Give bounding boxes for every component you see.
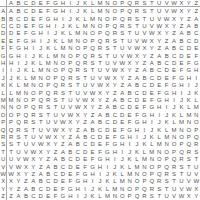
letter-cell: D: [111, 119, 118, 126]
letter-cell: K: [96, 185, 103, 192]
row-header-cell: I: [0, 67, 7, 74]
letter-cell: K: [59, 30, 66, 37]
letter-cell: T: [185, 163, 192, 170]
row-header-cell: Y: [0, 185, 7, 192]
row-header-cell: J: [0, 74, 7, 81]
letter-cell: E: [89, 148, 96, 155]
letter-cell: H: [104, 156, 111, 163]
letter-cell: Z: [163, 37, 170, 44]
letter-cell: D: [52, 178, 59, 185]
letter-cell: J: [81, 193, 88, 200]
letter-cell: X: [30, 156, 37, 163]
letter-cell: V: [30, 141, 37, 148]
letter-cell: Y: [126, 67, 133, 74]
letter-cell: U: [193, 163, 200, 170]
letter-cell: A: [185, 22, 192, 29]
letter-cell: L: [119, 170, 126, 177]
letter-cell: A: [22, 185, 29, 192]
letter-cell: M: [119, 178, 126, 185]
letter-cell: S: [126, 22, 133, 29]
letter-cell: D: [81, 148, 88, 155]
col-header-cell: P: [119, 0, 126, 7]
letter-cell: Z: [37, 163, 44, 170]
letter-cell: V: [111, 59, 118, 66]
letter-cell: Z: [141, 59, 148, 66]
letter-cell: K: [148, 133, 155, 140]
letter-cell: R: [15, 126, 22, 133]
letter-cell: Y: [156, 37, 163, 44]
letter-cell: Q: [81, 52, 88, 59]
letter-cell: E: [15, 30, 22, 37]
letter-cell: U: [148, 15, 155, 22]
letter-cell: H: [156, 104, 163, 111]
letter-cell: G: [7, 52, 14, 59]
letter-cell: A: [74, 133, 81, 140]
letter-cell: N: [104, 7, 111, 14]
letter-cell: H: [30, 37, 37, 44]
letter-cell: K: [74, 15, 81, 22]
letter-cell: M: [89, 15, 96, 22]
row-header-cell: C: [0, 22, 7, 29]
letter-cell: O: [89, 30, 96, 37]
letter-cell: M: [126, 170, 133, 177]
letter-cell: U: [44, 119, 51, 126]
letter-cell: U: [74, 89, 81, 96]
letter-cell: A: [141, 67, 148, 74]
letter-cell: T: [104, 52, 111, 59]
letter-cell: F: [133, 111, 140, 118]
letter-cell: W: [22, 156, 29, 163]
letter-cell: Y: [133, 59, 140, 66]
letter-cell: B: [44, 170, 51, 177]
letter-cell: L: [96, 193, 103, 200]
row-header-cell: B: [0, 15, 7, 22]
letter-cell: M: [74, 30, 81, 37]
letter-cell: M: [81, 22, 88, 29]
letter-cell: T: [67, 89, 74, 96]
letter-cell: M: [141, 156, 148, 163]
letter-cell: C: [170, 52, 177, 59]
letter-cell: C: [126, 96, 133, 103]
letter-cell: U: [163, 193, 170, 200]
letter-cell: G: [193, 59, 200, 66]
letter-cell: X: [59, 126, 66, 133]
col-header-cell: K: [81, 0, 88, 7]
letter-cell: J: [15, 67, 22, 74]
letter-cell: L: [59, 37, 66, 44]
letter-cell: U: [96, 67, 103, 74]
letter-cell: Z: [185, 15, 192, 22]
letter-cell: H: [44, 22, 51, 29]
corner-cell: [0, 0, 7, 7]
letter-cell: Q: [59, 74, 66, 81]
letter-cell: V: [59, 111, 66, 118]
letter-cell: D: [185, 44, 192, 51]
letter-cell: X: [7, 178, 14, 185]
letter-cell: T: [7, 148, 14, 155]
letter-cell: P: [193, 126, 200, 133]
letter-cell: J: [185, 89, 192, 96]
letter-cell: X: [178, 7, 185, 14]
letter-cell: M: [170, 126, 177, 133]
letter-cell: N: [126, 178, 133, 185]
letter-cell: D: [126, 104, 133, 111]
letter-cell: S: [141, 7, 148, 14]
letter-cell: U: [133, 30, 140, 37]
letter-cell: G: [52, 7, 59, 14]
letter-cell: S: [111, 37, 118, 44]
letter-cell: G: [96, 156, 103, 163]
letter-cell: Y: [15, 178, 22, 185]
letter-cell: H: [59, 7, 66, 14]
letter-cell: F: [193, 52, 200, 59]
letter-cell: W: [141, 37, 148, 44]
letter-cell: F: [74, 170, 81, 177]
letter-cell: R: [126, 15, 133, 22]
letter-cell: B: [178, 37, 185, 44]
letter-cell: G: [126, 126, 133, 133]
letter-cell: W: [7, 170, 14, 177]
letter-cell: O: [30, 89, 37, 96]
letter-cell: X: [67, 119, 74, 126]
letter-cell: F: [119, 126, 126, 133]
letter-cell: Z: [156, 44, 163, 51]
letter-cell: I: [163, 104, 170, 111]
letter-cell: D: [67, 163, 74, 170]
letter-cell: W: [170, 7, 177, 14]
letter-cell: C: [163, 59, 170, 66]
letter-cell: G: [89, 163, 96, 170]
letter-cell: L: [30, 67, 37, 74]
letter-cell: N: [15, 96, 22, 103]
letter-cell: E: [74, 163, 81, 170]
letter-cell: G: [133, 119, 140, 126]
letter-cell: D: [74, 156, 81, 163]
letter-cell: V: [15, 156, 22, 163]
letter-cell: L: [7, 89, 14, 96]
letter-cell: T: [163, 185, 170, 192]
letter-cell: F: [37, 15, 44, 22]
letter-cell: N: [133, 170, 140, 177]
letter-cell: Q: [119, 15, 126, 22]
letter-cell: V: [74, 96, 81, 103]
row-header-cell: U: [0, 156, 7, 163]
letter-cell: P: [148, 170, 155, 177]
letter-cell: I: [193, 74, 200, 81]
letter-cell: Z: [170, 30, 177, 37]
letter-cell: K: [119, 163, 126, 170]
letter-cell: X: [170, 15, 177, 22]
letter-cell: A: [148, 59, 155, 66]
letter-cell: Q: [67, 67, 74, 74]
letter-cell: P: [156, 163, 163, 170]
letter-cell: G: [170, 81, 177, 88]
letter-cell: D: [104, 126, 111, 133]
letter-cell: C: [74, 148, 81, 155]
letter-cell: X: [89, 96, 96, 103]
letter-cell: Y: [193, 193, 200, 200]
letter-cell: H: [96, 163, 103, 170]
letter-cell: V: [52, 119, 59, 126]
letter-cell: B: [52, 163, 59, 170]
letter-cell: K: [67, 22, 74, 29]
letter-cell: B: [133, 81, 140, 88]
letter-cell: P: [185, 133, 192, 140]
letter-cell: Q: [74, 59, 81, 66]
letter-cell: Y: [74, 119, 81, 126]
letter-cell: I: [81, 185, 88, 192]
row-header-cell: F: [0, 44, 7, 51]
letter-cell: E: [37, 7, 44, 14]
letter-cell: G: [178, 74, 185, 81]
letter-cell: H: [170, 89, 177, 96]
letter-cell: U: [89, 74, 96, 81]
letter-cell: H: [193, 67, 200, 74]
letter-cell: W: [96, 81, 103, 88]
letter-cell: B: [81, 133, 88, 140]
letter-cell: C: [141, 81, 148, 88]
letter-cell: S: [44, 104, 51, 111]
letter-cell: K: [22, 67, 29, 74]
letter-cell: K: [89, 193, 96, 200]
letter-cell: R: [148, 185, 155, 192]
letter-cell: Y: [59, 133, 66, 140]
letter-cell: V: [81, 89, 88, 96]
letter-cell: N: [96, 15, 103, 22]
letter-cell: L: [163, 126, 170, 133]
letter-cell: M: [111, 185, 118, 192]
letter-cell: R: [111, 30, 118, 37]
letter-cell: U: [22, 141, 29, 148]
letter-cell: J: [163, 111, 170, 118]
letter-cell: B: [148, 67, 155, 74]
letter-cell: R: [193, 141, 200, 148]
letter-cell: Q: [104, 30, 111, 37]
letter-cell: Q: [185, 141, 192, 148]
letter-cell: R: [67, 74, 74, 81]
letter-cell: F: [111, 133, 118, 140]
col-header-cell: F: [44, 0, 51, 7]
letter-cell: S: [96, 52, 103, 59]
letter-cell: A: [59, 148, 66, 155]
letter-cell: I: [141, 126, 148, 133]
letter-cell: A: [126, 81, 133, 88]
letter-cell: L: [148, 141, 155, 148]
letter-cell: A: [170, 37, 177, 44]
letter-cell: D: [37, 193, 44, 200]
letter-cell: L: [89, 7, 96, 14]
letter-cell: F: [44, 7, 51, 14]
letter-cell: K: [44, 44, 51, 51]
letter-cell: Z: [81, 119, 88, 126]
letter-cell: J: [7, 74, 14, 81]
letter-cell: X: [119, 67, 126, 74]
letter-cell: X: [156, 30, 163, 37]
letter-cell: D: [163, 67, 170, 74]
letter-cell: Q: [37, 96, 44, 103]
letter-cell: V: [89, 81, 96, 88]
letter-cell: M: [15, 89, 22, 96]
letter-cell: V: [126, 44, 133, 51]
letter-cell: Q: [30, 104, 37, 111]
row-header-cell: X: [0, 178, 7, 185]
letter-cell: U: [52, 111, 59, 118]
letter-cell: N: [163, 141, 170, 148]
letter-cell: H: [163, 96, 170, 103]
letter-cell: L: [104, 185, 111, 192]
letter-cell: U: [156, 7, 163, 14]
letter-cell: G: [141, 111, 148, 118]
letter-cell: Y: [67, 126, 74, 133]
letter-cell: J: [96, 178, 103, 185]
letter-cell: C: [119, 104, 126, 111]
row-header-cell: D: [0, 30, 7, 37]
letter-cell: Y: [111, 81, 118, 88]
row-header-cell: Z: [0, 193, 7, 200]
letter-cell: Z: [22, 178, 29, 185]
letter-cell: D: [170, 59, 177, 66]
letter-cell: X: [44, 141, 51, 148]
letter-cell: F: [30, 22, 37, 29]
letter-cell: O: [170, 141, 177, 148]
letter-cell: X: [96, 89, 103, 96]
letter-cell: Z: [96, 104, 103, 111]
letter-cell: F: [15, 37, 22, 44]
letter-cell: B: [119, 96, 126, 103]
letter-cell: T: [15, 141, 22, 148]
letter-cell: G: [15, 44, 22, 51]
letter-cell: P: [96, 30, 103, 37]
letter-cell: X: [74, 111, 81, 118]
letter-cell: Y: [96, 96, 103, 103]
letter-cell: O: [193, 119, 200, 126]
letter-cell: N: [141, 163, 148, 170]
letter-cell: J: [37, 44, 44, 51]
letter-cell: C: [59, 163, 66, 170]
letter-cell: F: [7, 44, 14, 51]
letter-cell: N: [193, 111, 200, 118]
letter-cell: T: [81, 74, 88, 81]
letter-cell: Y: [178, 15, 185, 22]
letter-cell: P: [30, 96, 37, 103]
letter-cell: J: [44, 37, 51, 44]
letter-cell: K: [163, 119, 170, 126]
row-header-cell: R: [0, 133, 7, 140]
letter-cell: O: [141, 170, 148, 177]
letter-cell: P: [81, 44, 88, 51]
letter-cell: F: [156, 89, 163, 96]
letter-cell: M: [59, 44, 66, 51]
letter-cell: M: [156, 141, 163, 148]
letter-cell: X: [15, 170, 22, 177]
row-header-cell: W: [0, 170, 7, 177]
letter-cell: V: [44, 126, 51, 133]
letter-cell: A: [193, 15, 200, 22]
letter-cell: P: [178, 141, 185, 148]
letter-cell: Y: [37, 156, 44, 163]
letter-cell: L: [111, 178, 118, 185]
letter-cell: G: [74, 178, 81, 185]
letter-cell: S: [22, 126, 29, 133]
letter-cell: B: [104, 111, 111, 118]
letter-cell: V: [7, 163, 14, 170]
letter-cell: T: [89, 67, 96, 74]
letter-cell: O: [96, 22, 103, 29]
letter-cell: P: [163, 156, 170, 163]
letter-cell: O: [37, 81, 44, 88]
letter-cell: S: [119, 30, 126, 37]
col-header-cell: G: [52, 0, 59, 7]
letter-cell: U: [119, 44, 126, 51]
letter-cell: O: [163, 148, 170, 155]
letter-cell: A: [111, 96, 118, 103]
letter-cell: D: [193, 37, 200, 44]
letter-cell: P: [52, 74, 59, 81]
letter-cell: L: [178, 111, 185, 118]
letter-cell: P: [119, 7, 126, 14]
letter-cell: M: [67, 37, 74, 44]
letter-cell: J: [59, 22, 66, 29]
letter-cell: T: [74, 81, 81, 88]
letter-cell: S: [170, 170, 177, 177]
letter-cell: S: [185, 156, 192, 163]
letter-cell: O: [156, 156, 163, 163]
letter-cell: B: [89, 126, 96, 133]
letter-cell: R: [7, 133, 14, 140]
letter-cell: Z: [15, 185, 22, 192]
letter-cell: E: [52, 185, 59, 192]
letter-cell: Q: [170, 156, 177, 163]
letter-cell: Z: [67, 133, 74, 140]
letter-cell: Q: [148, 178, 155, 185]
row-header-cell: M: [0, 96, 7, 103]
letter-cell: N: [148, 156, 155, 163]
letter-cell: E: [67, 170, 74, 177]
letter-cell: X: [81, 104, 88, 111]
letter-cell: Y: [185, 7, 192, 14]
letter-cell: I: [104, 163, 111, 170]
letter-cell: C: [89, 133, 96, 140]
letter-cell: K: [170, 111, 177, 118]
letter-cell: W: [163, 15, 170, 22]
letter-cell: R: [156, 178, 163, 185]
letter-cell: W: [37, 141, 44, 148]
letter-cell: W: [52, 126, 59, 133]
letter-cell: H: [133, 126, 140, 133]
letter-cell: Y: [30, 163, 37, 170]
letter-cell: F: [52, 193, 59, 200]
letter-cell: X: [37, 148, 44, 155]
letter-cell: O: [44, 74, 51, 81]
letter-cell: Y: [148, 44, 155, 51]
letter-cell: E: [170, 67, 177, 74]
letter-cell: B: [7, 15, 14, 22]
letter-cell: R: [81, 59, 88, 66]
letter-cell: E: [96, 141, 103, 148]
letter-cell: Z: [119, 81, 126, 88]
row-header-cell: L: [0, 89, 7, 96]
letter-cell: B: [126, 89, 133, 96]
letter-cell: H: [7, 59, 14, 66]
letter-cell: E: [141, 96, 148, 103]
col-header-cell: V: [163, 0, 170, 7]
letter-cell: A: [30, 178, 37, 185]
row-header-cell: V: [0, 163, 7, 170]
letter-cell: O: [148, 163, 155, 170]
letter-cell: S: [163, 178, 170, 185]
letter-cell: A: [7, 7, 14, 14]
letter-cell: P: [126, 193, 133, 200]
